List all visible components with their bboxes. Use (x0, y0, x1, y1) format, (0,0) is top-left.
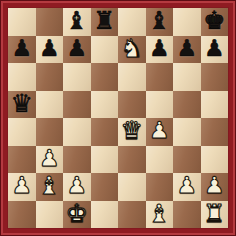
white-pawn: ♟ (149, 118, 170, 144)
square-e2[interactable] (118, 173, 146, 201)
square-f2[interactable] (146, 173, 174, 201)
chess-board: ♝♜♝♚♟♟♟♞♟♟♟♛♛♟♟♟♝♟♟♟♚♝♜ (8, 8, 228, 228)
square-c1[interactable]: ♚ (63, 201, 91, 229)
square-b3[interactable]: ♟ (36, 146, 64, 174)
black-pawn: ♟ (176, 36, 197, 62)
square-b7[interactable]: ♟ (36, 36, 64, 64)
white-knight: ♞ (121, 36, 143, 62)
square-g1[interactable] (173, 201, 201, 229)
square-g2[interactable]: ♟ (173, 173, 201, 201)
square-h7[interactable]: ♟ (201, 36, 229, 64)
square-g4[interactable] (173, 118, 201, 146)
board-frame: ♝♜♝♚♟♟♟♞♟♟♟♛♛♟♟♟♝♟♟♟♚♝♜ (0, 0, 236, 236)
white-king: ♚ (66, 201, 88, 227)
square-d3[interactable] (91, 146, 119, 174)
square-a2[interactable]: ♟ (8, 173, 36, 201)
white-pawn: ♟ (66, 173, 87, 199)
square-c8[interactable]: ♝ (63, 8, 91, 36)
white-pawn: ♟ (176, 173, 197, 199)
square-h3[interactable] (201, 146, 229, 174)
square-g8[interactable] (173, 8, 201, 36)
white-pawn: ♟ (204, 173, 225, 199)
square-e7[interactable]: ♞ (118, 36, 146, 64)
square-h6[interactable] (201, 63, 229, 91)
square-h4[interactable] (201, 118, 229, 146)
square-h5[interactable] (201, 91, 229, 119)
square-a5[interactable]: ♛ (8, 91, 36, 119)
square-a7[interactable]: ♟ (8, 36, 36, 64)
black-pawn: ♟ (66, 36, 87, 62)
square-b2[interactable]: ♝ (36, 173, 64, 201)
square-c7[interactable]: ♟ (63, 36, 91, 64)
white-pawn: ♟ (39, 146, 60, 172)
square-g6[interactable] (173, 63, 201, 91)
square-b4[interactable] (36, 118, 64, 146)
square-h8[interactable]: ♚ (201, 8, 229, 36)
white-bishop: ♝ (148, 201, 170, 227)
square-e4[interactable]: ♛ (118, 118, 146, 146)
black-pawn: ♟ (149, 36, 170, 62)
black-pawn: ♟ (204, 36, 225, 62)
square-d5[interactable] (91, 91, 119, 119)
square-e1[interactable] (118, 201, 146, 229)
square-e3[interactable] (118, 146, 146, 174)
white-rook: ♜ (203, 201, 225, 227)
square-a1[interactable] (8, 201, 36, 229)
square-f8[interactable]: ♝ (146, 8, 174, 36)
square-f7[interactable]: ♟ (146, 36, 174, 64)
black-rook: ♜ (93, 8, 115, 34)
square-d1[interactable] (91, 201, 119, 229)
square-a6[interactable] (8, 63, 36, 91)
square-h1[interactable]: ♜ (201, 201, 229, 229)
black-bishop: ♝ (66, 8, 88, 34)
square-f4[interactable]: ♟ (146, 118, 174, 146)
square-d7[interactable] (91, 36, 119, 64)
square-g5[interactable] (173, 91, 201, 119)
square-c5[interactable] (63, 91, 91, 119)
square-h2[interactable]: ♟ (201, 173, 229, 201)
square-c6[interactable] (63, 63, 91, 91)
square-f5[interactable] (146, 91, 174, 119)
square-g7[interactable]: ♟ (173, 36, 201, 64)
white-pawn: ♟ (11, 173, 32, 199)
white-bishop: ♝ (38, 173, 60, 199)
square-f3[interactable] (146, 146, 174, 174)
square-f6[interactable] (146, 63, 174, 91)
square-d8[interactable]: ♜ (91, 8, 119, 36)
square-a3[interactable] (8, 146, 36, 174)
square-b5[interactable] (36, 91, 64, 119)
white-queen: ♛ (121, 118, 143, 144)
square-a8[interactable] (8, 8, 36, 36)
square-g3[interactable] (173, 146, 201, 174)
square-b1[interactable] (36, 201, 64, 229)
square-f1[interactable]: ♝ (146, 201, 174, 229)
square-d4[interactable] (91, 118, 119, 146)
square-e8[interactable] (118, 8, 146, 36)
square-d2[interactable] (91, 173, 119, 201)
square-c3[interactable] (63, 146, 91, 174)
black-pawn: ♟ (11, 36, 32, 62)
square-b6[interactable] (36, 63, 64, 91)
black-bishop: ♝ (148, 8, 170, 34)
square-a4[interactable] (8, 118, 36, 146)
black-queen: ♛ (11, 91, 33, 117)
square-d6[interactable] (91, 63, 119, 91)
square-e5[interactable] (118, 91, 146, 119)
square-b8[interactable] (36, 8, 64, 36)
black-king: ♚ (203, 8, 225, 34)
square-c4[interactable] (63, 118, 91, 146)
square-e6[interactable] (118, 63, 146, 91)
black-pawn: ♟ (39, 36, 60, 62)
square-c2[interactable]: ♟ (63, 173, 91, 201)
